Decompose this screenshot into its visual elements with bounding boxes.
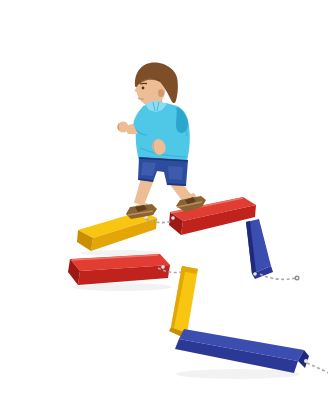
- rope-cap: [171, 216, 175, 220]
- rope-cap: [161, 265, 165, 269]
- photo-canvas: [40, 16, 328, 400]
- child-eyebrow: [140, 83, 147, 84]
- rope-cap: [253, 272, 257, 276]
- product-photo: A young boy with short auburn hair, a tu…: [40, 16, 328, 400]
- child-eye: [142, 87, 145, 90]
- child-fist: [118, 122, 129, 133]
- child-ear: [158, 89, 164, 97]
- denim-wash: [168, 166, 183, 180]
- beam-shadow: [176, 369, 300, 379]
